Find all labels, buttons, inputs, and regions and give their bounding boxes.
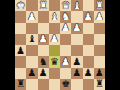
piece-white-queen-d1[interactable]: ♛ (61, 0, 70, 10)
piece-black-king-d8[interactable]: ♚ (61, 79, 70, 89)
square-h4[interactable] (15, 34, 26, 45)
square-f1[interactable]: ♜ (38, 0, 49, 11)
square-d5[interactable] (60, 45, 71, 56)
square-c2[interactable] (71, 11, 82, 22)
piece-black-pawn-a7[interactable]: ♟ (95, 68, 104, 78)
square-c5[interactable] (71, 45, 82, 56)
square-b5[interactable] (83, 45, 94, 56)
piece-black-pawn-b7[interactable]: ♟ (84, 68, 93, 78)
square-d2[interactable]: ♞ (60, 11, 71, 22)
square-c6[interactable]: ♟ (71, 56, 82, 67)
square-e8[interactable] (49, 79, 60, 90)
square-g4[interactable]: ♝ (26, 34, 37, 45)
square-c1[interactable]: ♝ (71, 0, 82, 11)
square-d4[interactable] (60, 34, 71, 45)
square-h1[interactable]: ♚ (15, 0, 26, 11)
chess-board: ♚♜♛♝♜♟♝♞♟♟♟♟♝♟♟♟♞♛♟♟♟♟♟♟♟♜♚♜ (15, 0, 105, 90)
piece-white-bishop-c1[interactable]: ♝ (72, 0, 81, 10)
square-b2[interactable]: ♟ (83, 11, 94, 22)
square-g2[interactable]: ♟ (26, 11, 37, 22)
piece-white-pawn-d3[interactable]: ♟ (61, 23, 70, 33)
square-g8[interactable] (26, 79, 37, 90)
square-e4[interactable]: ♟ (49, 34, 60, 45)
square-e6[interactable]: ♛ (49, 56, 60, 67)
piece-white-pawn-e4[interactable]: ♟ (50, 34, 59, 44)
square-c8[interactable] (71, 79, 82, 90)
square-a4[interactable] (94, 34, 105, 45)
square-d7[interactable] (60, 68, 71, 79)
square-a6[interactable] (94, 56, 105, 67)
square-g7[interactable]: ♟ (26, 68, 37, 79)
square-d1[interactable]: ♛ (60, 0, 71, 11)
square-c7[interactable]: ♟ (71, 68, 82, 79)
square-h8[interactable]: ♜ (15, 79, 26, 90)
piece-black-pawn-f7[interactable]: ♟ (39, 68, 48, 78)
square-e3[interactable] (49, 23, 60, 34)
piece-black-rook-h8[interactable]: ♜ (16, 79, 25, 89)
piece-black-queen-e6[interactable]: ♛ (50, 56, 59, 66)
square-a3[interactable] (94, 23, 105, 34)
square-f8[interactable] (38, 79, 49, 90)
square-f3[interactable] (38, 23, 49, 34)
square-b8[interactable] (83, 79, 94, 90)
square-f5[interactable] (38, 45, 49, 56)
square-e1[interactable] (49, 0, 60, 11)
piece-white-king-h1[interactable]: ♚ (16, 0, 25, 10)
piece-black-pawn-g7[interactable]: ♟ (27, 68, 36, 78)
piece-white-knight-d2[interactable]: ♞ (61, 11, 70, 21)
piece-black-pawn-c6[interactable]: ♟ (72, 56, 81, 66)
square-g3[interactable] (26, 23, 37, 34)
square-e2[interactable]: ♝ (49, 11, 60, 22)
square-b1[interactable] (83, 0, 94, 11)
piece-white-bishop-e2[interactable]: ♝ (50, 11, 59, 21)
square-c3[interactable]: ♟ (71, 23, 82, 34)
square-a5[interactable] (94, 45, 105, 56)
piece-white-pawn-b2[interactable]: ♟ (84, 11, 93, 21)
square-h7[interactable] (15, 68, 26, 79)
square-h5[interactable]: ♟ (15, 45, 26, 56)
piece-white-rook-f1[interactable]: ♜ (39, 0, 48, 10)
piece-black-rook-a8[interactable]: ♜ (95, 79, 104, 89)
square-d8[interactable]: ♚ (60, 79, 71, 90)
square-f6[interactable]: ♞ (38, 56, 49, 67)
square-d3[interactable]: ♟ (60, 23, 71, 34)
square-e7[interactable] (49, 68, 60, 79)
square-f7[interactable]: ♟ (38, 68, 49, 79)
square-f2[interactable] (38, 11, 49, 22)
square-a2[interactable]: ♟ (94, 11, 105, 22)
piece-black-knight-f6[interactable]: ♞ (39, 56, 48, 66)
piece-white-rook-a1[interactable]: ♜ (95, 0, 104, 10)
piece-white-pawn-c3[interactable]: ♟ (72, 23, 81, 33)
square-f4[interactable]: ♟ (38, 34, 49, 45)
square-h3[interactable] (15, 23, 26, 34)
piece-black-pawn-c7[interactable]: ♟ (72, 68, 81, 78)
square-e5[interactable] (49, 45, 60, 56)
square-b6[interactable] (83, 56, 94, 67)
square-h2[interactable] (15, 11, 26, 22)
piece-white-pawn-d6[interactable]: ♟ (61, 56, 70, 66)
piece-black-pawn-h5[interactable]: ♟ (16, 45, 25, 55)
letterbox-right (105, 0, 120, 90)
square-a1[interactable]: ♜ (94, 0, 105, 11)
square-c4[interactable] (71, 34, 82, 45)
piece-white-pawn-g2[interactable]: ♟ (27, 11, 36, 21)
letterbox-left (0, 0, 15, 90)
square-h6[interactable] (15, 56, 26, 67)
piece-white-pawn-f4[interactable]: ♟ (39, 34, 48, 44)
square-b7[interactable]: ♟ (83, 68, 94, 79)
square-b4[interactable] (83, 34, 94, 45)
piece-black-bishop-g4[interactable]: ♝ (27, 34, 36, 44)
square-d6[interactable]: ♟ (60, 56, 71, 67)
piece-white-pawn-a2[interactable]: ♟ (95, 11, 104, 21)
square-b3[interactable] (83, 23, 94, 34)
square-g6[interactable] (26, 56, 37, 67)
square-a8[interactable]: ♜ (94, 79, 105, 90)
square-g5[interactable] (26, 45, 37, 56)
square-a7[interactable]: ♟ (94, 68, 105, 79)
square-g1[interactable] (26, 0, 37, 11)
